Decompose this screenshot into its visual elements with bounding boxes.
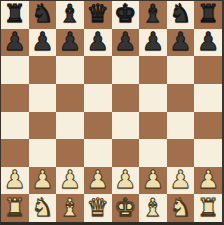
black-pawn[interactable]: ♟: [59, 29, 81, 54]
black-bishop[interactable]: ♝: [59, 1, 81, 26]
chess-board: ♜♞♝♛♚♝♞♜♟♟♟♟♟♟♟♟♟♟♟♟♟♟♟♟♜♞♝♛♚♝♞♜: [1, 1, 222, 222]
square-e3[interactable]: [112, 139, 140, 167]
square-b6[interactable]: [29, 56, 57, 84]
square-a8[interactable]: ♜: [1, 1, 29, 29]
square-f7[interactable]: ♟: [139, 29, 167, 57]
black-bishop[interactable]: ♝: [142, 1, 164, 26]
square-e5[interactable]: [112, 84, 140, 112]
square-b4[interactable]: [29, 112, 57, 140]
square-d8[interactable]: ♛: [84, 1, 112, 29]
square-c8[interactable]: ♝: [56, 1, 84, 29]
black-rook[interactable]: ♜: [4, 1, 26, 26]
square-f6[interactable]: [139, 56, 167, 84]
square-c2[interactable]: ♟: [56, 167, 84, 195]
black-pawn[interactable]: ♟: [31, 29, 53, 54]
square-g5[interactable]: [167, 84, 195, 112]
square-c4[interactable]: [56, 112, 84, 140]
square-b7[interactable]: ♟: [29, 29, 57, 57]
square-b1[interactable]: ♞: [29, 194, 57, 222]
square-h8[interactable]: ♜: [194, 1, 222, 29]
white-pawn[interactable]: ♟: [4, 167, 26, 192]
white-king[interactable]: ♚: [114, 195, 136, 220]
white-queen[interactable]: ♛: [86, 195, 108, 220]
white-rook[interactable]: ♜: [197, 195, 219, 220]
square-h2[interactable]: ♟: [194, 167, 222, 195]
square-d5[interactable]: [84, 84, 112, 112]
black-pawn[interactable]: ♟: [86, 29, 108, 54]
square-a2[interactable]: ♟: [1, 167, 29, 195]
white-pawn[interactable]: ♟: [86, 167, 108, 192]
white-knight[interactable]: ♞: [169, 195, 191, 220]
square-h7[interactable]: ♟: [194, 29, 222, 57]
square-h6[interactable]: [194, 56, 222, 84]
square-d7[interactable]: ♟: [84, 29, 112, 57]
black-pawn[interactable]: ♟: [197, 29, 219, 54]
square-g6[interactable]: [167, 56, 195, 84]
chess-board-frame: ♜♞♝♛♚♝♞♜♟♟♟♟♟♟♟♟♟♟♟♟♟♟♟♟♜♞♝♛♚♝♞♜: [0, 0, 224, 225]
square-a3[interactable]: [1, 139, 29, 167]
black-pawn[interactable]: ♟: [114, 29, 136, 54]
square-g3[interactable]: [167, 139, 195, 167]
square-f3[interactable]: [139, 139, 167, 167]
square-b5[interactable]: [29, 84, 57, 112]
square-c6[interactable]: [56, 56, 84, 84]
square-g2[interactable]: ♟: [167, 167, 195, 195]
square-g1[interactable]: ♞: [167, 194, 195, 222]
black-pawn[interactable]: ♟: [4, 29, 26, 54]
black-rook[interactable]: ♜: [197, 1, 219, 26]
square-f2[interactable]: ♟: [139, 167, 167, 195]
square-h4[interactable]: [194, 112, 222, 140]
square-c3[interactable]: [56, 139, 84, 167]
square-g7[interactable]: ♟: [167, 29, 195, 57]
white-rook[interactable]: ♜: [4, 195, 26, 220]
black-knight[interactable]: ♞: [169, 1, 191, 26]
square-f5[interactable]: [139, 84, 167, 112]
square-g4[interactable]: [167, 112, 195, 140]
square-a7[interactable]: ♟: [1, 29, 29, 57]
square-c1[interactable]: ♝: [56, 194, 84, 222]
square-d1[interactable]: ♛: [84, 194, 112, 222]
white-pawn[interactable]: ♟: [114, 167, 136, 192]
square-d3[interactable]: [84, 139, 112, 167]
square-e6[interactable]: [112, 56, 140, 84]
square-h1[interactable]: ♜: [194, 194, 222, 222]
square-c5[interactable]: [56, 84, 84, 112]
square-d4[interactable]: [84, 112, 112, 140]
square-a6[interactable]: [1, 56, 29, 84]
square-b3[interactable]: [29, 139, 57, 167]
square-a4[interactable]: [1, 112, 29, 140]
white-knight[interactable]: ♞: [31, 195, 53, 220]
white-pawn[interactable]: ♟: [31, 167, 53, 192]
square-g8[interactable]: ♞: [167, 1, 195, 29]
black-pawn[interactable]: ♟: [169, 29, 191, 54]
white-pawn[interactable]: ♟: [197, 167, 219, 192]
square-f1[interactable]: ♝: [139, 194, 167, 222]
square-a1[interactable]: ♜: [1, 194, 29, 222]
white-pawn[interactable]: ♟: [59, 167, 81, 192]
white-bishop[interactable]: ♝: [142, 195, 164, 220]
square-e2[interactable]: ♟: [112, 167, 140, 195]
square-b8[interactable]: ♞: [29, 1, 57, 29]
square-e7[interactable]: ♟: [112, 29, 140, 57]
square-d2[interactable]: ♟: [84, 167, 112, 195]
square-a5[interactable]: [1, 84, 29, 112]
white-pawn[interactable]: ♟: [169, 167, 191, 192]
black-knight[interactable]: ♞: [31, 1, 53, 26]
square-c7[interactable]: ♟: [56, 29, 84, 57]
black-queen[interactable]: ♛: [86, 1, 108, 26]
white-bishop[interactable]: ♝: [59, 195, 81, 220]
square-h3[interactable]: [194, 139, 222, 167]
square-e4[interactable]: [112, 112, 140, 140]
square-h5[interactable]: [194, 84, 222, 112]
black-king[interactable]: ♚: [114, 1, 136, 26]
square-e1[interactable]: ♚: [112, 194, 140, 222]
square-b2[interactable]: ♟: [29, 167, 57, 195]
square-f4[interactable]: [139, 112, 167, 140]
square-d6[interactable]: [84, 56, 112, 84]
square-e8[interactable]: ♚: [112, 1, 140, 29]
black-pawn[interactable]: ♟: [142, 29, 164, 54]
square-f8[interactable]: ♝: [139, 1, 167, 29]
white-pawn[interactable]: ♟: [142, 167, 164, 192]
